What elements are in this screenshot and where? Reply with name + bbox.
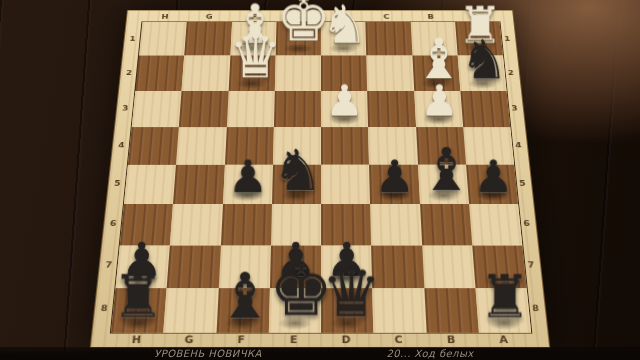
file-label: G — [162, 333, 215, 346]
piece-black-pawn-c5[interactable]: ♟ — [370, 154, 419, 199]
square-a8[interactable]: ♜ — [475, 288, 531, 333]
square-b3[interactable]: ♟ — [414, 91, 463, 127]
rank-label: 5 — [109, 164, 126, 203]
piece-black-bishop-b5[interactable]: ♝ — [419, 140, 468, 199]
square-h8[interactable]: ♜ — [111, 288, 167, 333]
piece-black-knight-e5[interactable]: ♞ — [272, 142, 321, 199]
square-d1[interactable]: ♞ — [321, 22, 367, 56]
piece-black-king-e8[interactable]: ♚ — [269, 255, 321, 327]
square-b6[interactable] — [420, 204, 472, 245]
square-f2[interactable]: ♛ — [228, 56, 275, 91]
square-a2[interactable]: ♞ — [457, 56, 506, 91]
square-d4[interactable] — [321, 127, 369, 165]
square-c5[interactable]: ♟ — [369, 165, 419, 204]
square-h4[interactable] — [128, 127, 179, 165]
square-a5[interactable]: ♟ — [466, 165, 518, 204]
square-f3[interactable] — [226, 91, 274, 127]
file-label: B — [424, 333, 477, 346]
square-g7[interactable] — [167, 245, 221, 288]
square-b7[interactable] — [422, 245, 476, 288]
square-b8[interactable] — [424, 288, 479, 333]
piece-black-pawn-a5[interactable]: ♟ — [468, 154, 517, 199]
square-h5[interactable] — [124, 165, 176, 204]
piece-white-pawn-b3[interactable]: ♟ — [415, 79, 462, 122]
square-g1[interactable] — [184, 22, 231, 56]
file-label: G — [187, 12, 232, 21]
square-d8[interactable]: ♛ — [321, 288, 374, 333]
piece-black-knight-a2[interactable]: ♞ — [460, 33, 506, 87]
piece-white-knight-d1[interactable]: ♞ — [321, 0, 366, 51]
rank-label: 4 — [113, 126, 130, 164]
square-c2[interactable] — [366, 56, 413, 91]
rank-label: 2 — [121, 56, 137, 91]
square-h3[interactable] — [132, 91, 182, 127]
square-g3[interactable] — [179, 91, 228, 127]
square-e8[interactable]: ♚ — [269, 288, 322, 333]
square-g6[interactable] — [170, 204, 222, 245]
piece-black-bishop-f8[interactable]: ♝ — [216, 264, 268, 327]
file-labels-bottom: HGFEDCBA — [110, 333, 531, 346]
square-g5[interactable] — [173, 165, 224, 204]
square-c1[interactable] — [366, 22, 412, 56]
file-label: C — [372, 333, 425, 346]
square-e3[interactable] — [274, 91, 321, 127]
move-status: 20... Ход белых — [386, 348, 473, 359]
file-label: F — [215, 333, 268, 346]
square-e1[interactable]: ♚ — [275, 22, 321, 56]
piece-black-rook-h8[interactable]: ♜ — [112, 268, 164, 327]
square-a6[interactable] — [469, 204, 522, 245]
square-a3[interactable] — [460, 91, 510, 127]
square-h1[interactable] — [139, 22, 187, 56]
square-h2[interactable] — [135, 56, 184, 91]
square-f8[interactable]: ♝ — [216, 288, 270, 333]
square-g2[interactable] — [182, 56, 230, 91]
file-label: C — [364, 12, 409, 21]
piece-black-queen-d8[interactable]: ♛ — [321, 260, 373, 327]
status-bar: УРОВЕНЬ НОВИЧКА 20... Ход белых — [0, 347, 640, 360]
square-d5[interactable] — [321, 165, 370, 204]
file-label: D — [320, 333, 373, 346]
square-c6[interactable] — [370, 204, 421, 245]
file-label: H — [110, 333, 164, 346]
file-label: H — [142, 12, 187, 21]
piece-white-queen-f2[interactable]: ♛ — [228, 27, 274, 86]
square-c3[interactable] — [367, 91, 415, 127]
board-scene: HGFEDCBA HGFEDCBA 12345678 12345678 ♝♚♞♜… — [0, 0, 640, 360]
file-label: A — [477, 333, 531, 346]
rank-label: 1 — [125, 22, 141, 55]
square-d3[interactable]: ♟ — [321, 91, 368, 127]
piece-white-king-e1[interactable]: ♚ — [276, 0, 321, 51]
square-g8[interactable] — [164, 288, 219, 333]
file-label: E — [267, 333, 320, 346]
piece-black-pawn-f5[interactable]: ♟ — [223, 154, 272, 199]
file-label: B — [408, 12, 453, 21]
piece-white-pawn-d3[interactable]: ♟ — [321, 79, 368, 122]
rank-label: 3 — [117, 90, 133, 126]
square-b5[interactable]: ♝ — [418, 165, 469, 204]
square-f5[interactable]: ♟ — [222, 165, 272, 204]
chess-board: HGFEDCBA HGFEDCBA 12345678 12345678 ♝♚♞♜… — [90, 10, 551, 348]
board-grid: ♝♚♞♜♛♝♞♟♟♟♞♟♝♟♟♟♟♜♝♚♛♜ — [111, 22, 531, 333]
square-g4[interactable] — [176, 127, 226, 165]
square-f6[interactable] — [220, 204, 271, 245]
square-e5[interactable]: ♞ — [272, 165, 321, 204]
piece-black-rook-a8[interactable]: ♜ — [478, 268, 530, 327]
level-label: УРОВЕНЬ НОВИЧКА — [154, 348, 261, 359]
